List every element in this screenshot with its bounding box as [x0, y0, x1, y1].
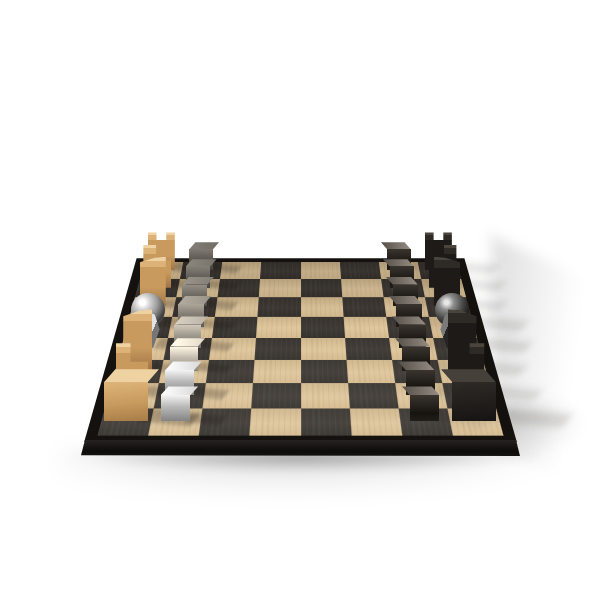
square-d6[interactable] [344, 337, 391, 359]
square-f4[interactable] [257, 297, 300, 316]
square-a5[interactable] [300, 408, 351, 435]
square-g4[interactable] [259, 279, 300, 297]
square-h4[interactable] [260, 262, 300, 279]
square-e6[interactable] [343, 316, 389, 337]
square-h6[interactable] [339, 262, 380, 279]
square-a6[interactable] [349, 408, 402, 435]
square-e4[interactable] [256, 316, 300, 337]
square-e3[interactable] [212, 316, 258, 337]
square-h3[interactable] [220, 262, 261, 279]
white-pawn-a2[interactable] [161, 386, 191, 421]
square-c5[interactable] [300, 359, 347, 383]
square-b3[interactable] [202, 383, 253, 408]
square-g3[interactable] [217, 279, 260, 297]
cube-front-face [452, 382, 496, 421]
square-a4[interactable] [249, 408, 300, 435]
square-a3[interactable] [199, 408, 252, 435]
square-f6[interactable] [341, 297, 385, 316]
cube-front-face [410, 395, 440, 421]
cube-front-face [161, 395, 191, 421]
square-d5[interactable] [300, 337, 346, 359]
square-d4[interactable] [254, 337, 300, 359]
square-c4[interactable] [253, 359, 300, 383]
square-h5[interactable] [300, 262, 340, 279]
square-d3[interactable] [209, 337, 256, 359]
chess-photo-scene [0, 0, 600, 600]
cube-front-face [104, 382, 148, 421]
square-f3[interactable] [215, 297, 259, 316]
black-rook-a8[interactable] [452, 369, 496, 421]
white-rook-a1[interactable] [104, 369, 148, 421]
square-b5[interactable] [300, 383, 349, 408]
square-g5[interactable] [300, 279, 341, 297]
cube-top-face [381, 242, 411, 249]
square-e5[interactable] [300, 316, 344, 337]
square-f5[interactable] [300, 297, 343, 316]
square-b6[interactable] [347, 383, 398, 408]
cube-top-face [189, 242, 219, 249]
square-c3[interactable] [206, 359, 255, 383]
board-plinth-front [81, 440, 520, 456]
square-g6[interactable] [340, 279, 383, 297]
square-b4[interactable] [251, 383, 300, 408]
square-c6[interactable] [346, 359, 395, 383]
black-pawn-a7[interactable] [410, 386, 440, 421]
